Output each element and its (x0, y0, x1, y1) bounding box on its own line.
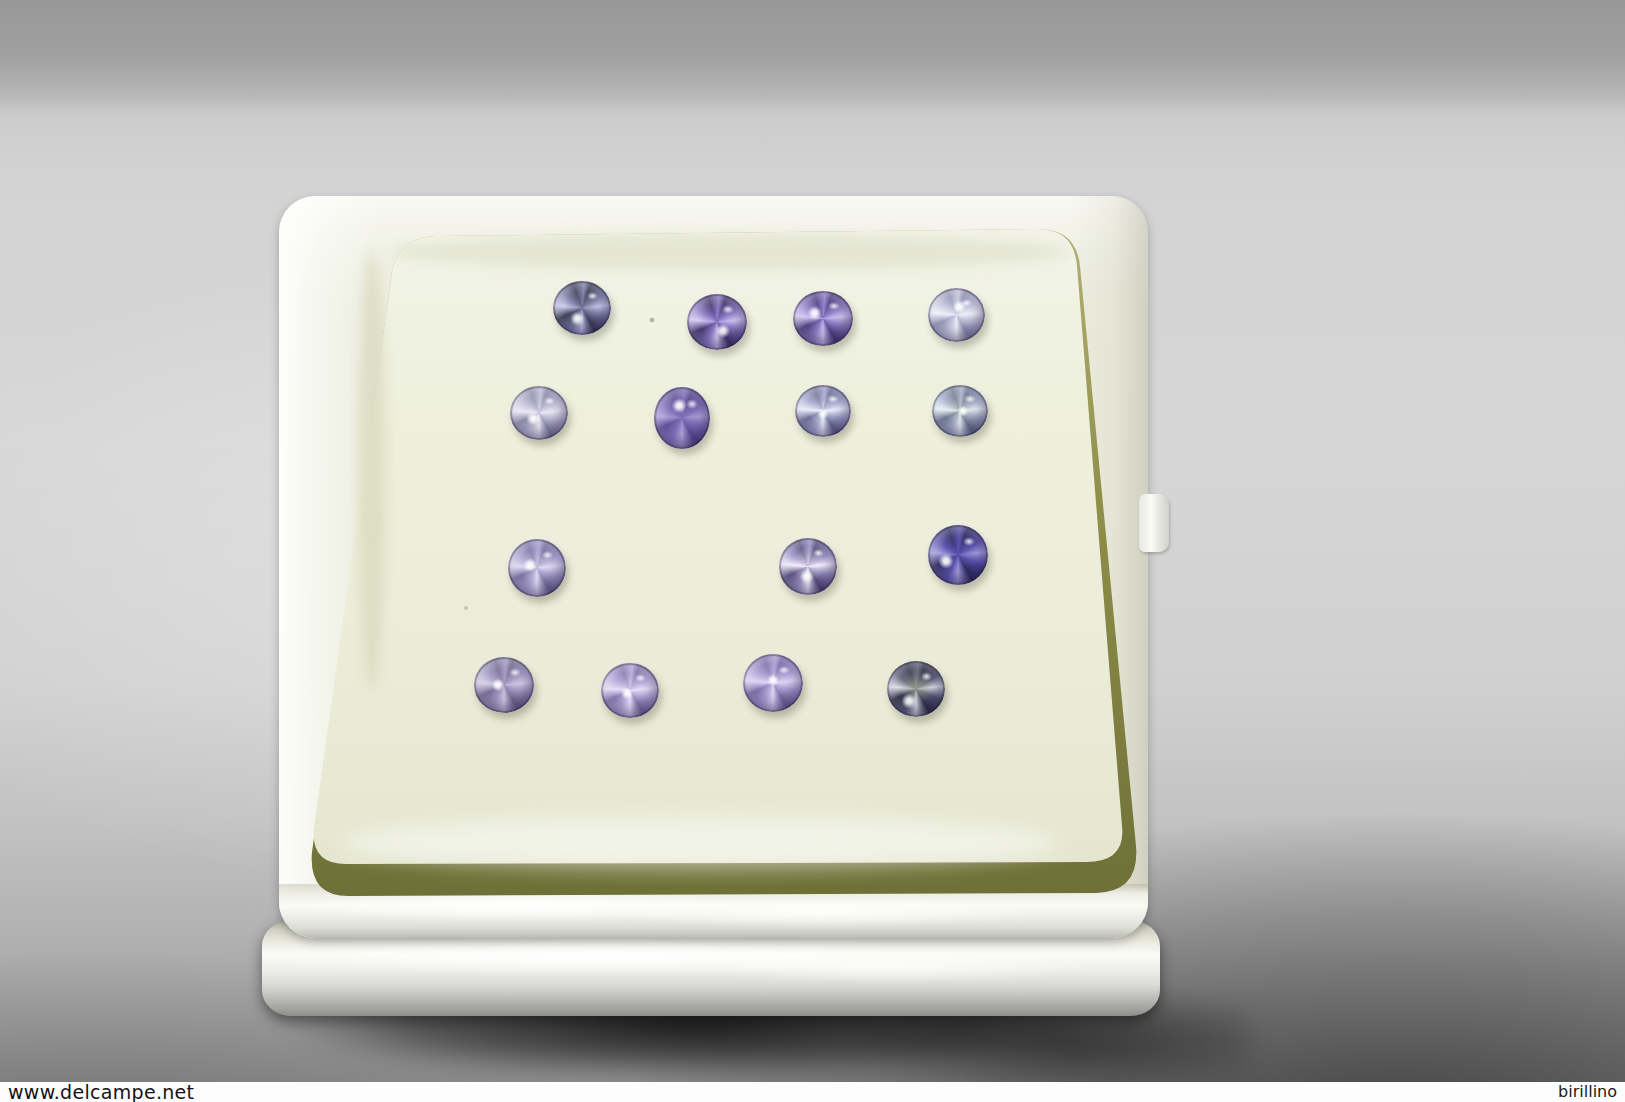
gemstone-r2c4 (932, 385, 988, 437)
watermark-right: birillino (1558, 1082, 1617, 1102)
gemstone-r1c4 (928, 288, 985, 342)
gemstone-r2c2 (654, 387, 710, 449)
gemstone-r4c1 (474, 657, 534, 713)
gemstone-r4c4 (887, 661, 945, 717)
stones-layer (0, 0, 1625, 1102)
watermark-left: www.delcampe.net (8, 1082, 194, 1102)
gemstone-r3c1 (508, 539, 566, 597)
gemstone-r3c4 (928, 525, 988, 585)
gemstone-r3c3 (779, 538, 837, 595)
photo-scene: www.delcampe.net birillino (0, 0, 1625, 1102)
gemstone-r2c3 (795, 385, 851, 437)
gemstone-r4c2 (601, 663, 659, 718)
gemstone-r1c3 (793, 291, 853, 346)
gemstone-r1c1 (553, 281, 611, 335)
gemstone-r4c3 (743, 654, 803, 712)
gemstone-r2c1 (510, 386, 568, 440)
gemstone-r1c2 (687, 294, 747, 350)
watermark-band: www.delcampe.net birillino (0, 1082, 1625, 1102)
